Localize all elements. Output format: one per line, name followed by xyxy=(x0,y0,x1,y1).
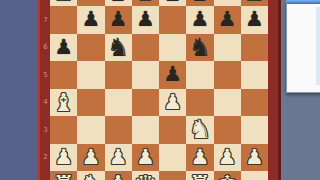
piece-black-pawn[interactable]: ♟ xyxy=(190,9,209,30)
side-window[interactable] xyxy=(286,0,320,93)
square-a3[interactable] xyxy=(50,116,77,144)
rank-label-3: 3 xyxy=(41,126,50,134)
piece-white-pawn[interactable]: ♟ xyxy=(218,147,237,168)
square-g4[interactable] xyxy=(214,89,241,117)
piece-black-bishop[interactable]: ♝ xyxy=(189,0,211,5)
rank-label-6: 6 xyxy=(41,43,50,51)
square-d1[interactable]: ♛ xyxy=(132,171,159,180)
square-e2[interactable] xyxy=(159,144,186,172)
square-a4[interactable]: ♝ xyxy=(50,89,77,117)
piece-white-rook[interactable]: ♜ xyxy=(189,172,211,180)
square-c1[interactable]: ♝ xyxy=(105,171,132,180)
piece-black-rook[interactable]: ♜ xyxy=(52,0,74,5)
square-f7[interactable]: ♟ xyxy=(186,6,213,34)
square-b3[interactable] xyxy=(77,116,104,144)
square-g2[interactable]: ♟ xyxy=(214,144,241,172)
square-h4[interactable] xyxy=(241,89,268,117)
square-f3[interactable]: ♞ xyxy=(186,116,213,144)
square-d2[interactable]: ♟ xyxy=(132,144,159,172)
piece-black-queen[interactable]: ♛ xyxy=(134,0,157,5)
piece-black-rook[interactable]: ♜ xyxy=(243,0,265,5)
screen: 87654321 ♜♝♛♚♝♜♟♟♟♟♟♟♟♞♞♟♝♟♞♟♟♟♟♟♟♟♜♞♝♛♜… xyxy=(0,0,320,180)
piece-white-pawn[interactable]: ♟ xyxy=(109,147,128,168)
piece-black-pawn[interactable]: ♟ xyxy=(218,9,237,30)
square-f6[interactable]: ♞ xyxy=(186,34,213,62)
piece-black-pawn[interactable]: ♟ xyxy=(136,9,155,30)
piece-white-pawn[interactable]: ♟ xyxy=(136,147,155,168)
piece-white-bishop[interactable]: ♝ xyxy=(52,90,74,115)
square-e7[interactable] xyxy=(159,6,186,34)
piece-white-bishop[interactable]: ♝ xyxy=(107,172,129,180)
square-a7[interactable] xyxy=(50,6,77,34)
square-h6[interactable] xyxy=(241,34,268,62)
square-g5[interactable] xyxy=(214,61,241,89)
square-g7[interactable]: ♟ xyxy=(214,6,241,34)
square-d6[interactable] xyxy=(132,34,159,62)
square-b4[interactable] xyxy=(77,89,104,117)
square-c3[interactable] xyxy=(105,116,132,144)
square-b2[interactable]: ♟ xyxy=(77,144,104,172)
square-a1[interactable]: ♜ xyxy=(50,171,77,180)
square-f4[interactable] xyxy=(186,89,213,117)
square-h1[interactable] xyxy=(241,171,268,180)
square-h2[interactable]: ♟ xyxy=(241,144,268,172)
square-b1[interactable]: ♞ xyxy=(77,171,104,180)
rank-label-7: 7 xyxy=(41,16,50,24)
square-b6[interactable] xyxy=(77,34,104,62)
square-g6[interactable] xyxy=(214,34,241,62)
piece-black-bishop[interactable]: ♝ xyxy=(107,0,129,5)
piece-white-rook[interactable]: ♜ xyxy=(52,172,74,180)
square-a6[interactable]: ♟ xyxy=(50,34,77,62)
board-left-border: 87654321 xyxy=(38,0,50,180)
square-d3[interactable] xyxy=(132,116,159,144)
piece-black-pawn[interactable]: ♟ xyxy=(81,9,100,30)
square-h5[interactable] xyxy=(241,61,268,89)
piece-white-pawn[interactable]: ♟ xyxy=(190,147,209,168)
square-c7[interactable]: ♟ xyxy=(105,6,132,34)
piece-black-pawn[interactable]: ♟ xyxy=(245,9,264,30)
rank-label-2: 2 xyxy=(41,153,50,161)
square-c6[interactable]: ♞ xyxy=(105,34,132,62)
piece-white-pawn[interactable]: ♟ xyxy=(54,147,73,168)
piece-black-knight[interactable]: ♞ xyxy=(107,35,129,60)
square-f5[interactable] xyxy=(186,61,213,89)
piece-black-knight[interactable]: ♞ xyxy=(189,35,211,60)
piece-white-pawn[interactable]: ♟ xyxy=(81,147,100,168)
square-d4[interactable] xyxy=(132,89,159,117)
square-h3[interactable] xyxy=(241,116,268,144)
square-d5[interactable] xyxy=(132,61,159,89)
piece-black-pawn[interactable]: ♟ xyxy=(109,9,128,30)
square-e5[interactable]: ♟ xyxy=(159,61,186,89)
piece-black-pawn[interactable]: ♟ xyxy=(54,37,73,58)
square-e4[interactable]: ♟ xyxy=(159,89,186,117)
square-g3[interactable] xyxy=(214,116,241,144)
side-window-titlebar[interactable] xyxy=(287,0,320,4)
piece-white-queen[interactable]: ♛ xyxy=(134,172,157,180)
square-c2[interactable]: ♟ xyxy=(105,144,132,172)
piece-white-pawn[interactable]: ♟ xyxy=(245,147,264,168)
piece-white-pawn[interactable]: ♟ xyxy=(163,92,182,113)
square-e6[interactable] xyxy=(159,34,186,62)
square-e3[interactable] xyxy=(159,116,186,144)
square-h7[interactable]: ♟ xyxy=(241,6,268,34)
rank-label-5: 5 xyxy=(41,71,50,79)
square-c4[interactable] xyxy=(105,89,132,117)
square-b5[interactable] xyxy=(77,61,104,89)
piece-white-king[interactable]: ♚ xyxy=(215,172,238,180)
square-g1[interactable]: ♚ xyxy=(214,171,241,180)
square-b7[interactable]: ♟ xyxy=(77,6,104,34)
piece-white-knight[interactable]: ♞ xyxy=(189,117,211,142)
square-f1[interactable]: ♜ xyxy=(186,171,213,180)
square-e1[interactable] xyxy=(159,171,186,180)
piece-white-knight[interactable]: ♞ xyxy=(80,172,102,180)
square-f2[interactable]: ♟ xyxy=(186,144,213,172)
piece-black-pawn[interactable]: ♟ xyxy=(163,64,182,85)
board-right-border xyxy=(268,0,281,180)
square-a2[interactable]: ♟ xyxy=(50,144,77,172)
chessboard: ♜♝♛♚♝♜♟♟♟♟♟♟♟♞♞♟♝♟♞♟♟♟♟♟♟♟♜♞♝♛♜♚ xyxy=(50,0,268,180)
piece-black-king[interactable]: ♚ xyxy=(161,0,184,5)
square-c5[interactable] xyxy=(105,61,132,89)
side-window-scrollbar[interactable] xyxy=(316,7,320,85)
square-a5[interactable] xyxy=(50,61,77,89)
square-d7[interactable]: ♟ xyxy=(132,6,159,34)
rank-label-4: 4 xyxy=(41,98,50,106)
